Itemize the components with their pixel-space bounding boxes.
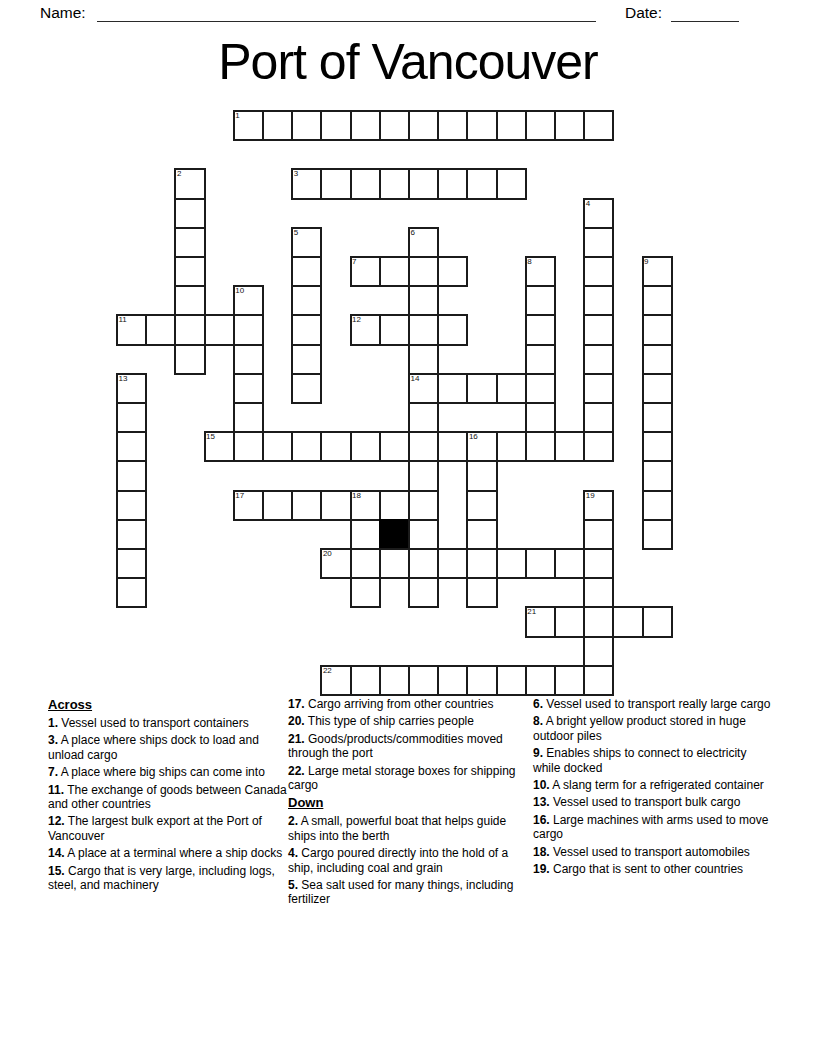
cell-clue-number: 14 <box>411 375 420 383</box>
clue-item: 7. A place where big ships can come into <box>48 765 288 779</box>
clue-item: 3. A place where ships dock to load and … <box>48 733 288 762</box>
clue-item: 1. Vessel used to transport containers <box>48 716 288 730</box>
grid-cell[interactable] <box>262 110 293 141</box>
grid-cell[interactable] <box>642 519 673 550</box>
grid-cell[interactable] <box>642 344 673 375</box>
clue-item: 13. Vessel used to transport bulk cargo <box>533 795 773 809</box>
date-blank-line[interactable] <box>671 7 739 22</box>
grid-cell[interactable] <box>116 431 147 462</box>
clue-number: 7. <box>48 765 58 779</box>
cell-clue-number: 15 <box>206 433 215 441</box>
clue-number: 21. <box>288 732 305 746</box>
grid-cell[interactable] <box>466 460 497 491</box>
clue-number: 10. <box>533 778 550 792</box>
grid-cell[interactable] <box>466 110 497 141</box>
clue-item: 16. Large machines with arms used to mov… <box>533 813 773 842</box>
grid-cell[interactable] <box>233 402 264 433</box>
grid-cell[interactable] <box>320 431 351 462</box>
grid-cell[interactable] <box>554 431 585 462</box>
grid-cell[interactable] <box>379 431 410 462</box>
grid-cell[interactable] <box>466 577 497 608</box>
grid-cell[interactable] <box>174 285 205 316</box>
grid-cell[interactable] <box>583 402 614 433</box>
grid-cell[interactable] <box>379 665 410 696</box>
clue-number: 2. <box>288 814 298 828</box>
cell-clue-number: 1 <box>235 112 239 120</box>
grid-cell[interactable] <box>642 490 673 521</box>
clue-item: 9. Enables ships to connect to electrici… <box>533 746 773 775</box>
clue-number: 19. <box>533 862 550 876</box>
grid-cell[interactable] <box>350 577 381 608</box>
grid-cell[interactable] <box>554 548 585 579</box>
clues-section-header: Down <box>288 795 528 810</box>
clue-number: 16. <box>533 813 550 827</box>
grid-cell[interactable] <box>496 548 527 579</box>
grid-cell[interactable] <box>408 665 439 696</box>
grid-cell[interactable] <box>554 665 585 696</box>
grid-cell[interactable] <box>174 227 205 258</box>
grid-cell[interactable] <box>379 548 410 579</box>
clue-item: 4. Cargo poured directly into the hold o… <box>288 846 528 875</box>
grid-cell[interactable] <box>116 548 147 579</box>
grid-cell[interactable] <box>233 431 264 462</box>
grid-cell[interactable] <box>262 431 293 462</box>
clue-number: 15. <box>48 864 65 878</box>
clues-column-3: 6. Vessel used to transport really large… <box>533 697 773 879</box>
clue-item: 8. A bright yellow product stored in hug… <box>533 714 773 743</box>
clue-number: 5. <box>288 878 298 892</box>
grid-cell[interactable] <box>174 256 205 287</box>
grid-cell[interactable] <box>379 314 410 345</box>
grid-cell[interactable] <box>583 606 614 637</box>
clue-number: 11. <box>48 783 64 797</box>
grid-cell[interactable] <box>437 314 468 345</box>
grid-cell[interactable] <box>408 168 439 199</box>
clue-item: 19. Cargo that is sent to other countrie… <box>533 862 773 876</box>
grid-cell[interactable] <box>496 665 527 696</box>
grid-cell[interactable] <box>350 110 381 141</box>
grid-cell[interactable] <box>466 665 497 696</box>
grid-cell[interactable] <box>525 665 556 696</box>
grid-cell[interactable] <box>291 110 322 141</box>
grid-cell[interactable] <box>583 227 614 258</box>
grid-cell[interactable] <box>525 314 556 345</box>
clue-item: 10. A slang term for a refrigerated cont… <box>533 778 773 792</box>
grid-cell[interactable] <box>408 490 439 521</box>
cell-clue-number: 5 <box>294 229 298 237</box>
grid-cell[interactable] <box>408 344 439 375</box>
grid-cell[interactable] <box>408 460 439 491</box>
cell-clue-number: 17 <box>235 492 244 500</box>
grid-cell[interactable] <box>116 577 147 608</box>
grid-cell[interactable] <box>408 314 439 345</box>
cell-clue-number: 20 <box>323 550 332 558</box>
cell-clue-number: 21 <box>527 608 536 616</box>
cell-clue-number: 10 <box>235 287 244 295</box>
grid-cell[interactable] <box>291 314 322 345</box>
grid-cell[interactable] <box>320 490 351 521</box>
clues-column-2: 17. Cargo arriving from other countries2… <box>288 697 528 910</box>
grid-cell[interactable] <box>350 168 381 199</box>
clue-number: 6. <box>533 697 543 711</box>
grid-cell[interactable] <box>174 198 205 229</box>
cell-clue-number: 13 <box>119 375 128 383</box>
grid-cell[interactable] <box>612 606 643 637</box>
grid-cell[interactable] <box>116 519 147 550</box>
grid-cell[interactable] <box>262 490 293 521</box>
grid-cell[interactable] <box>350 431 381 462</box>
grid-cell[interactable] <box>496 110 527 141</box>
grid-cell[interactable] <box>291 490 322 521</box>
grid-cell[interactable] <box>583 373 614 404</box>
grid-cell[interactable] <box>437 665 468 696</box>
cell-clue-number: 8 <box>527 258 531 266</box>
grid-cell[interactable] <box>291 344 322 375</box>
grid-cell[interactable] <box>583 577 614 608</box>
grid-cell[interactable] <box>116 402 147 433</box>
grid-cell[interactable] <box>291 431 322 462</box>
grid-cell[interactable] <box>437 110 468 141</box>
cell-clue-number: 18 <box>352 492 361 500</box>
grid-cell[interactable] <box>408 256 439 287</box>
crossword-grid: 12345678910111213141516171819202122 <box>116 110 676 700</box>
grid-cell[interactable] <box>583 519 614 550</box>
grid-cell[interactable] <box>174 344 205 375</box>
grid-cell[interactable] <box>525 548 556 579</box>
grid-cell[interactable] <box>642 285 673 316</box>
clue-item: 2. A small, powerful boat that helps gui… <box>288 814 528 843</box>
clue-number: 4. <box>288 846 298 860</box>
cell-clue-number: 7 <box>352 258 356 266</box>
grid-cell[interactable] <box>642 460 673 491</box>
cell-clue-number: 4 <box>586 200 590 208</box>
date-label: Date: <box>625 4 662 22</box>
page-title: Port of Vancouver <box>0 33 816 91</box>
grid-cell[interactable] <box>642 373 673 404</box>
grid-cell[interactable] <box>379 256 410 287</box>
grid-cell[interactable] <box>642 606 673 637</box>
grid-cell[interactable] <box>583 314 614 345</box>
cell-clue-number: 6 <box>411 229 415 237</box>
cell-clue-number: 3 <box>294 170 298 178</box>
clues-section-header: Across <box>48 697 288 712</box>
grid-cell[interactable] <box>554 606 585 637</box>
grid-cell[interactable] <box>525 431 556 462</box>
grid-cell[interactable] <box>116 490 147 521</box>
grid-cell[interactable] <box>642 402 673 433</box>
grid-cell[interactable] <box>525 110 556 141</box>
grid-cell[interactable] <box>466 519 497 550</box>
grid-cell[interactable] <box>466 373 497 404</box>
grid-cell[interactable] <box>379 490 410 521</box>
clue-number: 8. <box>533 714 543 728</box>
grid-cell[interactable] <box>320 110 351 141</box>
clue-number: 17. <box>288 697 305 711</box>
clue-number: 13. <box>533 795 550 809</box>
clue-number: 3. <box>48 733 58 747</box>
cell-clue-number: 9 <box>644 258 648 266</box>
cell-clue-number: 11 <box>119 316 127 324</box>
grid-cell[interactable] <box>350 548 381 579</box>
grid-cell[interactable] <box>583 110 614 141</box>
grid-cell[interactable] <box>525 285 556 316</box>
clue-number: 14. <box>48 846 65 860</box>
grid-cell[interactable] <box>496 168 527 199</box>
grid-cell[interactable] <box>291 256 322 287</box>
grid-cell[interactable] <box>437 373 468 404</box>
grid-cell[interactable] <box>466 168 497 199</box>
grid-cell[interactable] <box>583 636 614 667</box>
grid-cell[interactable] <box>466 490 497 521</box>
grid-cell[interactable] <box>583 285 614 316</box>
cell-clue-number: 22 <box>323 667 332 675</box>
grid-cell[interactable] <box>437 168 468 199</box>
clue-number: 22. <box>288 764 305 778</box>
grid-cell[interactable] <box>408 431 439 462</box>
clue-item: 17. Cargo arriving from other countries <box>288 697 528 711</box>
grid-cell[interactable] <box>291 285 322 316</box>
grid-cell[interactable] <box>408 402 439 433</box>
cell-clue-number: 16 <box>469 433 478 441</box>
grid-cell[interactable] <box>408 110 439 141</box>
name-blank-line[interactable] <box>97 7 596 22</box>
cell-clue-number: 12 <box>352 316 361 324</box>
grid-cell[interactable] <box>583 665 614 696</box>
grid-cell[interactable] <box>583 344 614 375</box>
cell-clue-number: 19 <box>586 492 595 500</box>
grid-cell[interactable] <box>320 168 351 199</box>
grid-cell[interactable] <box>466 548 497 579</box>
clues-column-1: Across1. Vessel used to transport contai… <box>48 697 288 895</box>
clue-item: 6. Vessel used to transport really large… <box>533 697 773 711</box>
grid-cell[interactable] <box>525 344 556 375</box>
grid-cell[interactable] <box>437 256 468 287</box>
clue-number: 18. <box>533 845 550 859</box>
grid-cell[interactable] <box>525 373 556 404</box>
grid-cell[interactable] <box>554 110 585 141</box>
grid-cell-black <box>379 519 410 550</box>
grid-cell[interactable] <box>408 548 439 579</box>
grid-cell[interactable] <box>496 373 527 404</box>
clue-item: 21. Goods/products/commodities moved thr… <box>288 732 528 761</box>
clue-item: 15. Cargo that is very large, including … <box>48 864 288 893</box>
clue-item: 11. The exchange of goods between Canada… <box>48 783 288 812</box>
grid-cell[interactable] <box>350 519 381 550</box>
grid-cell[interactable] <box>174 314 205 345</box>
clue-number: 12. <box>48 814 65 828</box>
clue-item: 18. Vessel used to transport automobiles <box>533 845 773 859</box>
grid-cell[interactable] <box>525 402 556 433</box>
grid-cell[interactable] <box>583 548 614 579</box>
clue-item: 22. Large metal storage boxes for shippi… <box>288 764 528 793</box>
grid-cell[interactable] <box>408 577 439 608</box>
grid-cell[interactable] <box>233 314 264 345</box>
clue-number: 1. <box>48 716 58 730</box>
grid-cell[interactable] <box>408 519 439 550</box>
clue-number: 20. <box>288 714 305 728</box>
grid-cell[interactable] <box>408 285 439 316</box>
name-label: Name: <box>40 4 86 22</box>
grid-cell[interactable] <box>437 431 468 462</box>
worksheet-page: { "game": "crossword", "header": { "name… <box>0 0 816 1056</box>
clue-item: 20. This type of ship carries people <box>288 714 528 728</box>
grid-cell[interactable] <box>204 314 235 345</box>
grid-cell[interactable] <box>642 314 673 345</box>
clue-item: 12. The largest bulk export at the Port … <box>48 814 288 843</box>
cell-clue-number: 2 <box>177 170 181 178</box>
grid-cell[interactable] <box>233 344 264 375</box>
grid-cell[interactable] <box>116 460 147 491</box>
clue-item: 5. Sea salt used for many things, includ… <box>288 878 528 907</box>
grid-cell[interactable] <box>145 314 176 345</box>
grid-cell[interactable] <box>642 431 673 462</box>
grid-cell[interactable] <box>291 373 322 404</box>
grid-cell[interactable] <box>583 431 614 462</box>
grid-cell[interactable] <box>350 665 381 696</box>
grid-cell[interactable] <box>379 168 410 199</box>
clue-number: 9. <box>533 746 543 760</box>
grid-cell[interactable] <box>496 431 527 462</box>
clue-item: 14. A place at a terminal where a ship d… <box>48 846 288 860</box>
grid-cell[interactable] <box>379 110 410 141</box>
grid-cell[interactable] <box>583 256 614 287</box>
grid-cell[interactable] <box>233 373 264 404</box>
grid-cell[interactable] <box>437 548 468 579</box>
